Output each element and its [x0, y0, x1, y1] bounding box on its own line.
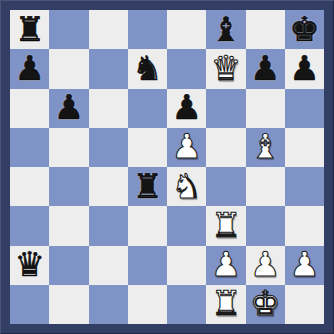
black-rook-a8[interactable]: ♜	[14, 12, 44, 46]
square-a3[interactable]	[10, 206, 49, 245]
square-d7[interactable]: ♞	[128, 49, 167, 88]
square-g6[interactable]	[246, 89, 285, 128]
square-h7[interactable]: ♟	[285, 49, 324, 88]
square-b7[interactable]	[49, 49, 88, 88]
square-e4[interactable]: ♞	[167, 167, 206, 206]
square-c5[interactable]	[89, 128, 128, 167]
chess-board: ♜♝♚♟♞♛♟♟♟♟♟♝♜♞♜♛♟♟♟♜♚	[10, 10, 324, 324]
white-pawn-f2[interactable]: ♟	[211, 247, 241, 281]
square-b5[interactable]	[49, 128, 88, 167]
black-king-h8[interactable]: ♚	[289, 12, 319, 46]
black-pawn-b6[interactable]: ♟	[54, 90, 84, 124]
white-pawn-e5[interactable]: ♟	[171, 129, 201, 163]
square-b4[interactable]	[49, 167, 88, 206]
square-b2[interactable]	[49, 246, 88, 285]
square-c1[interactable]	[89, 285, 128, 324]
square-e2[interactable]	[167, 246, 206, 285]
black-rook-d4[interactable]: ♜	[132, 169, 162, 203]
square-a8[interactable]: ♜	[10, 10, 49, 49]
chess-board-frame: ♜♝♚♟♞♛♟♟♟♟♟♝♜♞♜♛♟♟♟♜♚	[0, 0, 334, 334]
square-a5[interactable]	[10, 128, 49, 167]
black-pawn-e6[interactable]: ♟	[171, 90, 201, 124]
square-e1[interactable]	[167, 285, 206, 324]
square-d1[interactable]	[128, 285, 167, 324]
square-b6[interactable]: ♟	[49, 89, 88, 128]
square-e3[interactable]	[167, 206, 206, 245]
square-f8[interactable]: ♝	[206, 10, 245, 49]
square-h6[interactable]	[285, 89, 324, 128]
square-d3[interactable]	[128, 206, 167, 245]
square-c8[interactable]	[89, 10, 128, 49]
square-a6[interactable]	[10, 89, 49, 128]
square-f1[interactable]: ♜	[206, 285, 245, 324]
black-knight-d7[interactable]: ♞	[132, 51, 162, 85]
white-queen-f7[interactable]: ♛	[211, 51, 241, 85]
square-a7[interactable]: ♟	[10, 49, 49, 88]
square-d5[interactable]	[128, 128, 167, 167]
white-pawn-g2[interactable]: ♟	[250, 247, 280, 281]
square-b3[interactable]	[49, 206, 88, 245]
square-c4[interactable]	[89, 167, 128, 206]
square-f4[interactable]	[206, 167, 245, 206]
square-f3[interactable]: ♜	[206, 206, 245, 245]
square-c2[interactable]	[89, 246, 128, 285]
square-e5[interactable]: ♟	[167, 128, 206, 167]
square-g7[interactable]: ♟	[246, 49, 285, 88]
black-pawn-h7[interactable]: ♟	[289, 51, 319, 85]
square-a4[interactable]	[10, 167, 49, 206]
square-c3[interactable]	[89, 206, 128, 245]
square-h3[interactable]	[285, 206, 324, 245]
square-h5[interactable]	[285, 128, 324, 167]
square-g3[interactable]	[246, 206, 285, 245]
square-h2[interactable]: ♟	[285, 246, 324, 285]
square-h8[interactable]: ♚	[285, 10, 324, 49]
white-pawn-h2[interactable]: ♟	[289, 247, 319, 281]
square-g5[interactable]: ♝	[246, 128, 285, 167]
square-f7[interactable]: ♛	[206, 49, 245, 88]
square-f5[interactable]	[206, 128, 245, 167]
white-rook-f1[interactable]: ♜	[211, 286, 241, 320]
square-g8[interactable]	[246, 10, 285, 49]
square-b1[interactable]	[49, 285, 88, 324]
square-d8[interactable]	[128, 10, 167, 49]
square-e7[interactable]	[167, 49, 206, 88]
square-d6[interactable]	[128, 89, 167, 128]
white-rook-f3[interactable]: ♜	[211, 208, 241, 242]
white-knight-e4[interactable]: ♞	[171, 169, 201, 203]
black-pawn-a7[interactable]: ♟	[14, 51, 44, 85]
square-a1[interactable]	[10, 285, 49, 324]
black-pawn-g7[interactable]: ♟	[250, 51, 280, 85]
square-d4[interactable]: ♜	[128, 167, 167, 206]
square-e8[interactable]	[167, 10, 206, 49]
square-c7[interactable]	[89, 49, 128, 88]
square-a2[interactable]: ♛	[10, 246, 49, 285]
square-f2[interactable]: ♟	[206, 246, 245, 285]
square-f6[interactable]	[206, 89, 245, 128]
square-g1[interactable]: ♚	[246, 285, 285, 324]
square-h1[interactable]	[285, 285, 324, 324]
black-queen-a2[interactable]: ♛	[14, 247, 44, 281]
square-e6[interactable]: ♟	[167, 89, 206, 128]
square-c6[interactable]	[89, 89, 128, 128]
square-d2[interactable]	[128, 246, 167, 285]
square-b8[interactable]	[49, 10, 88, 49]
square-g4[interactable]	[246, 167, 285, 206]
square-g2[interactable]: ♟	[246, 246, 285, 285]
black-bishop-f8[interactable]: ♝	[211, 12, 241, 46]
white-king-g1[interactable]: ♚	[250, 286, 280, 320]
square-h4[interactable]	[285, 167, 324, 206]
white-bishop-g5[interactable]: ♝	[250, 129, 280, 163]
